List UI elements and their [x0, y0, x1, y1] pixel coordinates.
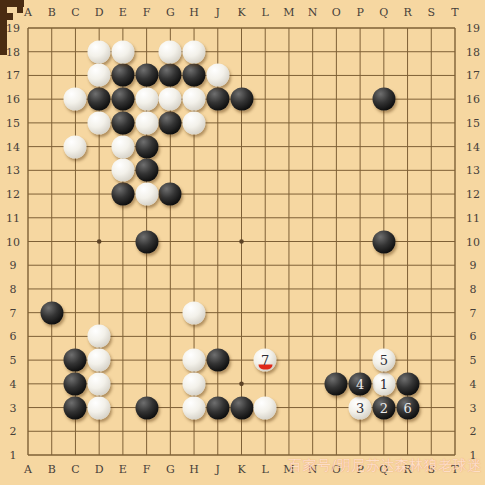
- corner-ornament-side-bar: [0, 0, 7, 55]
- stone-black-F14: [135, 135, 158, 158]
- stone-black-C3: [64, 396, 87, 419]
- stone-black-Q10: [372, 230, 395, 253]
- move-number-7: 7: [261, 354, 269, 367]
- stone-white-P3-move-3: 3: [349, 396, 372, 419]
- stone-black-K16: [230, 88, 253, 111]
- stone-white-H7: [183, 301, 206, 324]
- move-number-6: 6: [403, 401, 411, 414]
- stone-white-G18: [159, 40, 182, 63]
- stone-white-C14: [64, 135, 87, 158]
- stone-black-E15: [111, 111, 134, 134]
- stone-black-G17: [159, 64, 182, 87]
- stone-white-L3: [254, 396, 277, 419]
- stone-white-G16: [159, 88, 182, 111]
- stone-black-F3: [135, 396, 158, 419]
- stone-black-Q3-move-2: 2: [372, 396, 395, 419]
- move-number-2: 2: [380, 401, 388, 414]
- stone-white-H16: [183, 88, 206, 111]
- stone-black-R4: [396, 372, 419, 395]
- stone-white-L5-move-7: 7: [254, 349, 277, 372]
- stone-white-F15: [135, 111, 158, 134]
- stone-black-E16: [111, 88, 134, 111]
- stone-black-H17: [183, 64, 206, 87]
- stone-black-O4: [325, 372, 348, 395]
- stone-white-J17: [206, 64, 229, 87]
- stone-white-Q5-move-5: 5: [372, 349, 395, 372]
- stone-white-H4: [183, 372, 206, 395]
- stone-white-D15: [88, 111, 111, 134]
- corner-ornament-icon: [0, 0, 30, 60]
- stone-black-B7: [40, 301, 63, 324]
- stone-black-Q16: [372, 88, 395, 111]
- move-number-3: 3: [356, 401, 364, 414]
- stone-black-F10: [135, 230, 158, 253]
- stone-white-C16: [64, 88, 87, 111]
- move-number-4: 4: [356, 377, 364, 390]
- stone-white-H3: [183, 396, 206, 419]
- move-number-1: 1: [380, 377, 388, 390]
- stone-black-C4: [64, 372, 87, 395]
- stone-white-H15: [183, 111, 206, 134]
- stone-black-D16: [88, 88, 111, 111]
- stone-black-E12: [111, 183, 134, 206]
- stone-black-J5: [206, 349, 229, 372]
- stone-black-R3-move-6: 6: [396, 396, 419, 419]
- stone-white-D4: [88, 372, 111, 395]
- stone-black-G15: [159, 111, 182, 134]
- stone-black-F13: [135, 159, 158, 182]
- stone-white-F16: [135, 88, 158, 111]
- stone-black-C5: [64, 349, 87, 372]
- stones-layer: 1234567: [0, 0, 485, 485]
- stone-white-Q4-move-1: 1: [372, 372, 395, 395]
- stone-black-P4-move-4: 4: [349, 372, 372, 395]
- stone-white-F12: [135, 183, 158, 206]
- stone-black-E17: [111, 64, 134, 87]
- go-board-diagram: ABCDEFGHJKLMNOPQRST ABCDEFGHJKLMNOPQRST …: [0, 0, 485, 485]
- stone-black-J3: [206, 396, 229, 419]
- stone-white-E14: [111, 135, 134, 158]
- stone-black-J16: [206, 88, 229, 111]
- corner-ornament-hook: [17, 7, 23, 13]
- watermark-text: 百家号/明尼苏达森林狼老球迷: [288, 456, 483, 474]
- stone-white-D6: [88, 325, 111, 348]
- stone-white-D18: [88, 40, 111, 63]
- stone-white-H18: [183, 40, 206, 63]
- stone-black-F17: [135, 64, 158, 87]
- stone-white-D3: [88, 396, 111, 419]
- stone-black-K3: [230, 396, 253, 419]
- stone-white-D5: [88, 349, 111, 372]
- move-number-5: 5: [380, 354, 388, 367]
- stone-black-G12: [159, 183, 182, 206]
- stone-white-E18: [111, 40, 134, 63]
- corner-ornament-notch: [7, 13, 13, 20]
- stone-white-E13: [111, 159, 134, 182]
- stone-white-D17: [88, 64, 111, 87]
- stone-white-H5: [183, 349, 206, 372]
